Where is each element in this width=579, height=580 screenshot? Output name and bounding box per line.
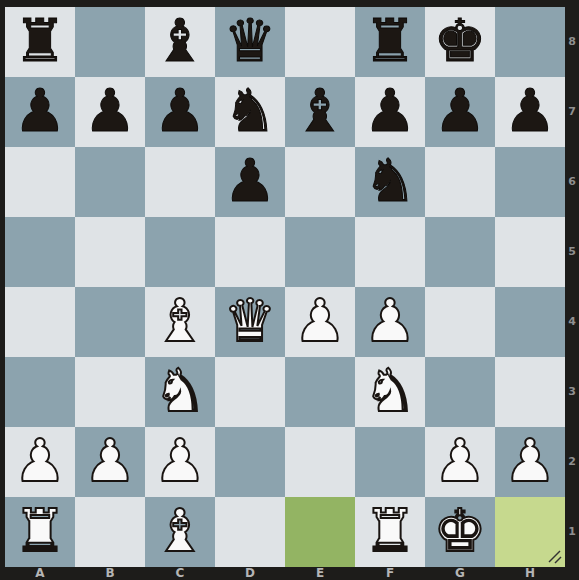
square-g8[interactable]: ♚ xyxy=(425,7,495,77)
square-b5[interactable] xyxy=(75,217,145,287)
square-g1[interactable]: ♚ xyxy=(425,497,495,567)
file-label-f: F xyxy=(355,567,425,580)
square-h1[interactable] xyxy=(495,497,565,567)
piece-black-rook[interactable]: ♜ xyxy=(5,7,75,77)
square-a3[interactable] xyxy=(5,357,75,427)
piece-white-pawn[interactable]: ♟ xyxy=(355,287,425,357)
square-d5[interactable] xyxy=(215,217,285,287)
square-f6[interactable]: ♞ xyxy=(355,147,425,217)
piece-white-pawn[interactable]: ♟ xyxy=(425,427,495,497)
file-label-d: D xyxy=(215,567,285,580)
square-a4[interactable] xyxy=(5,287,75,357)
square-c6[interactable] xyxy=(145,147,215,217)
rank-label-3: 3 xyxy=(565,357,579,427)
square-f1[interactable]: ♜ xyxy=(355,497,425,567)
file-label-c: C xyxy=(145,567,215,580)
square-f7[interactable]: ♟ xyxy=(355,77,425,147)
square-a7[interactable]: ♟ xyxy=(5,77,75,147)
piece-white-pawn[interactable]: ♟ xyxy=(145,427,215,497)
resize-handle-icon[interactable] xyxy=(547,549,563,565)
square-h6[interactable] xyxy=(495,147,565,217)
square-c8[interactable]: ♝ xyxy=(145,7,215,77)
square-f3[interactable]: ♞ xyxy=(355,357,425,427)
square-b8[interactable] xyxy=(75,7,145,77)
square-c5[interactable] xyxy=(145,217,215,287)
square-a2[interactable]: ♟ xyxy=(5,427,75,497)
piece-white-pawn[interactable]: ♟ xyxy=(285,287,355,357)
file-label-h: H xyxy=(495,567,565,580)
square-c7[interactable]: ♟ xyxy=(145,77,215,147)
square-g3[interactable] xyxy=(425,357,495,427)
square-e2[interactable] xyxy=(285,427,355,497)
square-b4[interactable] xyxy=(75,287,145,357)
piece-white-rook[interactable]: ♜ xyxy=(355,497,425,567)
square-a5[interactable] xyxy=(5,217,75,287)
square-d7[interactable]: ♞ xyxy=(215,77,285,147)
square-c1[interactable]: ♝ xyxy=(145,497,215,567)
square-c2[interactable]: ♟ xyxy=(145,427,215,497)
square-e4[interactable]: ♟ xyxy=(285,287,355,357)
rank-label-2: 2 xyxy=(565,427,579,497)
rank-label-6: 6 xyxy=(565,147,579,217)
piece-white-bishop[interactable]: ♝ xyxy=(145,287,215,357)
rank-label-5: 5 xyxy=(565,217,579,287)
rank-label-4: 4 xyxy=(565,287,579,357)
square-f5[interactable] xyxy=(355,217,425,287)
square-d6[interactable]: ♟ xyxy=(215,147,285,217)
square-e1[interactable] xyxy=(285,497,355,567)
file-label-e: E xyxy=(285,567,355,580)
square-b3[interactable] xyxy=(75,357,145,427)
piece-black-pawn[interactable]: ♟ xyxy=(355,77,425,147)
square-g4[interactable] xyxy=(425,287,495,357)
square-f4[interactable]: ♟ xyxy=(355,287,425,357)
square-a1[interactable]: ♜ xyxy=(5,497,75,567)
square-g6[interactable] xyxy=(425,147,495,217)
piece-black-rook[interactable]: ♜ xyxy=(355,7,425,77)
square-e3[interactable] xyxy=(285,357,355,427)
square-c4[interactable]: ♝ xyxy=(145,287,215,357)
piece-white-pawn[interactable]: ♟ xyxy=(5,427,75,497)
square-b2[interactable]: ♟ xyxy=(75,427,145,497)
square-e6[interactable] xyxy=(285,147,355,217)
piece-white-rook[interactable]: ♜ xyxy=(5,497,75,567)
piece-white-knight[interactable]: ♞ xyxy=(355,357,425,427)
square-h2[interactable]: ♟ xyxy=(495,427,565,497)
piece-black-pawn[interactable]: ♟ xyxy=(75,77,145,147)
piece-black-pawn[interactable]: ♟ xyxy=(215,147,285,217)
piece-white-bishop[interactable]: ♝ xyxy=(145,497,215,567)
square-f2[interactable] xyxy=(355,427,425,497)
piece-black-king[interactable]: ♚ xyxy=(425,7,495,77)
square-f8[interactable]: ♜ xyxy=(355,7,425,77)
square-a8[interactable]: ♜ xyxy=(5,7,75,77)
square-d2[interactable] xyxy=(215,427,285,497)
rank-coordinates: 87654321 xyxy=(565,7,579,567)
square-g5[interactable] xyxy=(425,217,495,287)
square-c3[interactable]: ♞ xyxy=(145,357,215,427)
square-e8[interactable] xyxy=(285,7,355,77)
square-d1[interactable] xyxy=(215,497,285,567)
square-b7[interactable]: ♟ xyxy=(75,77,145,147)
square-h5[interactable] xyxy=(495,217,565,287)
piece-white-pawn[interactable]: ♟ xyxy=(75,427,145,497)
rank-label-1: 1 xyxy=(565,497,579,567)
square-d4[interactable]: ♛ xyxy=(215,287,285,357)
piece-black-knight[interactable]: ♞ xyxy=(355,147,425,217)
square-e5[interactable] xyxy=(285,217,355,287)
piece-black-pawn[interactable]: ♟ xyxy=(425,77,495,147)
square-a6[interactable] xyxy=(5,147,75,217)
piece-white-king[interactable]: ♚ xyxy=(425,497,495,567)
square-h4[interactable] xyxy=(495,287,565,357)
piece-white-queen[interactable]: ♛ xyxy=(215,287,285,357)
square-h7[interactable]: ♟ xyxy=(495,77,565,147)
square-d3[interactable] xyxy=(215,357,285,427)
square-e7[interactable]: ♝ xyxy=(285,77,355,147)
file-label-g: G xyxy=(425,567,495,580)
piece-black-bishop[interactable]: ♝ xyxy=(145,7,215,77)
square-h3[interactable] xyxy=(495,357,565,427)
square-d8[interactable]: ♛ xyxy=(215,7,285,77)
file-coordinates: ABCDEFGH xyxy=(5,567,565,580)
rank-label-7: 7 xyxy=(565,77,579,147)
piece-black-pawn[interactable]: ♟ xyxy=(495,77,565,147)
square-b6[interactable] xyxy=(75,147,145,217)
square-b1[interactable] xyxy=(75,497,145,567)
chess-board: ♜♝♛♜♚♟♟♟♞♝♟♟♟♟♞♝♛♟♟♞♞♟♟♟♟♟♜♝♜♚ xyxy=(5,7,565,567)
piece-black-pawn[interactable]: ♟ xyxy=(5,77,75,147)
square-g7[interactable]: ♟ xyxy=(425,77,495,147)
square-g2[interactable]: ♟ xyxy=(425,427,495,497)
piece-black-bishop[interactable]: ♝ xyxy=(285,77,355,147)
piece-black-pawn[interactable]: ♟ xyxy=(145,77,215,147)
piece-white-knight[interactable]: ♞ xyxy=(145,357,215,427)
rank-label-8: 8 xyxy=(565,7,579,77)
file-label-b: B xyxy=(75,567,145,580)
file-label-a: A xyxy=(5,567,75,580)
chess-board-window: ♜♝♛♜♚♟♟♟♞♝♟♟♟♟♞♝♛♟♟♞♞♟♟♟♟♟♜♝♜♚ 87654321 … xyxy=(0,0,579,580)
piece-black-knight[interactable]: ♞ xyxy=(215,77,285,147)
piece-black-queen[interactable]: ♛ xyxy=(215,7,285,77)
piece-white-pawn[interactable]: ♟ xyxy=(495,427,565,497)
square-h8[interactable] xyxy=(495,7,565,77)
